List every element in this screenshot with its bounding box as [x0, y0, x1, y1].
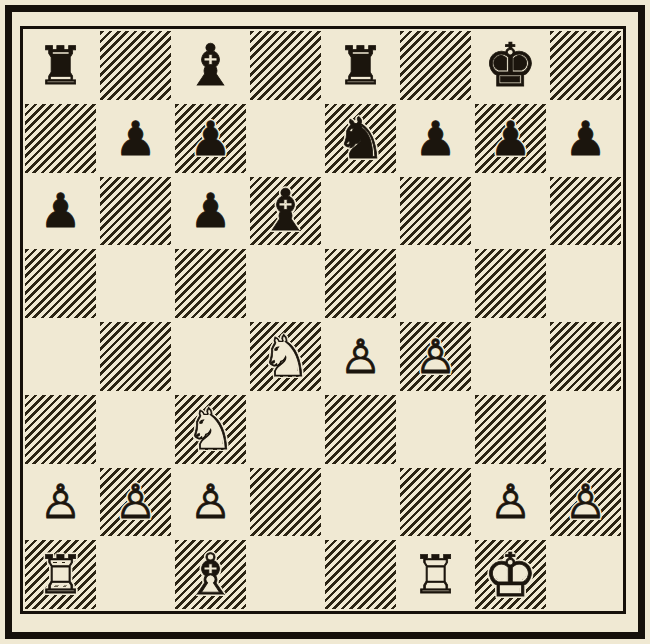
- black-bishop-d6: ♝: [260, 182, 311, 239]
- square-g8: ♚: [473, 29, 548, 102]
- white-pawn-b2: ♙: [114, 478, 156, 525]
- square-f4: ♙: [398, 320, 473, 393]
- square-d1: [248, 538, 323, 611]
- white-king-g1: ♔: [484, 545, 538, 605]
- white-knight-c3: ♘: [185, 401, 236, 458]
- square-f7: ♟: [398, 102, 473, 175]
- square-f5: [398, 247, 473, 320]
- square-f2: [398, 466, 473, 539]
- white-rook-f1: ♖: [412, 548, 460, 601]
- square-d3: [248, 393, 323, 466]
- square-c5: [173, 247, 248, 320]
- square-h8: [548, 29, 623, 102]
- square-b5: [98, 247, 173, 320]
- black-pawn-c7: ♟: [189, 115, 231, 162]
- square-e3: [323, 393, 398, 466]
- square-e5: [323, 247, 398, 320]
- square-e7: ♞: [323, 102, 398, 175]
- square-d8: [248, 29, 323, 102]
- square-a1: ♖: [23, 538, 98, 611]
- square-a3: [23, 393, 98, 466]
- white-bishop-c1: ♗: [185, 546, 236, 603]
- square-c1: ♗: [173, 538, 248, 611]
- square-h3: [548, 393, 623, 466]
- square-d5: [248, 247, 323, 320]
- square-a7: [23, 102, 98, 175]
- square-h1: [548, 538, 623, 611]
- white-pawn-a2: ♙: [39, 478, 81, 525]
- square-b7: ♟: [98, 102, 173, 175]
- black-pawn-b7: ♟: [114, 115, 156, 162]
- white-pawn-c2: ♙: [189, 478, 231, 525]
- square-e2: [323, 466, 398, 539]
- square-b8: [98, 29, 173, 102]
- black-bishop-c8: ♝: [185, 37, 236, 94]
- square-f3: [398, 393, 473, 466]
- square-a6: ♟: [23, 175, 98, 248]
- square-c8: ♝: [173, 29, 248, 102]
- square-a8: ♜: [23, 29, 98, 102]
- square-c6: ♟: [173, 175, 248, 248]
- square-c7: ♟: [173, 102, 248, 175]
- square-f8: [398, 29, 473, 102]
- square-d6: ♝: [248, 175, 323, 248]
- square-g7: ♟: [473, 102, 548, 175]
- white-pawn-g2: ♙: [489, 478, 531, 525]
- square-c4: [173, 320, 248, 393]
- square-b6: [98, 175, 173, 248]
- square-h5: [548, 247, 623, 320]
- square-e6: [323, 175, 398, 248]
- square-a5: [23, 247, 98, 320]
- square-d2: [248, 466, 323, 539]
- square-d7: [248, 102, 323, 175]
- black-pawn-f7: ♟: [414, 115, 456, 162]
- square-g5: [473, 247, 548, 320]
- black-pawn-g7: ♟: [489, 115, 531, 162]
- chess-board: ♜♝♜♚♟♟♞♟♟♟♟♟♝♘♙♙♘♙♙♙♙♙♖♗♖♔: [20, 26, 626, 614]
- square-e8: ♜: [323, 29, 398, 102]
- square-g1: ♔: [473, 538, 548, 611]
- square-h2: ♙: [548, 466, 623, 539]
- square-b1: [98, 538, 173, 611]
- white-pawn-f4: ♙: [414, 333, 456, 380]
- square-g4: [473, 320, 548, 393]
- black-pawn-a6: ♟: [39, 187, 81, 234]
- square-f1: ♖: [398, 538, 473, 611]
- white-pawn-h2: ♙: [564, 478, 606, 525]
- black-king-g8: ♚: [484, 35, 538, 95]
- square-f6: [398, 175, 473, 248]
- square-e1: [323, 538, 398, 611]
- square-h6: [548, 175, 623, 248]
- square-e4: ♙: [323, 320, 398, 393]
- white-pawn-e4: ♙: [339, 333, 381, 380]
- square-h7: ♟: [548, 102, 623, 175]
- black-pawn-h7: ♟: [564, 115, 606, 162]
- square-b2: ♙: [98, 466, 173, 539]
- black-pawn-c6: ♟: [189, 187, 231, 234]
- square-c3: ♘: [173, 393, 248, 466]
- square-b3: [98, 393, 173, 466]
- square-b4: [98, 320, 173, 393]
- black-rook-a8: ♜: [37, 39, 85, 92]
- square-a4: [23, 320, 98, 393]
- square-g3: [473, 393, 548, 466]
- square-a2: ♙: [23, 466, 98, 539]
- square-g2: ♙: [473, 466, 548, 539]
- square-g6: [473, 175, 548, 248]
- black-rook-e8: ♜: [337, 39, 385, 92]
- square-h4: [548, 320, 623, 393]
- square-c2: ♙: [173, 466, 248, 539]
- white-knight-d4: ♘: [260, 328, 311, 385]
- white-rook-a1: ♖: [37, 548, 85, 601]
- square-d4: ♘: [248, 320, 323, 393]
- black-knight-e7: ♞: [335, 110, 386, 167]
